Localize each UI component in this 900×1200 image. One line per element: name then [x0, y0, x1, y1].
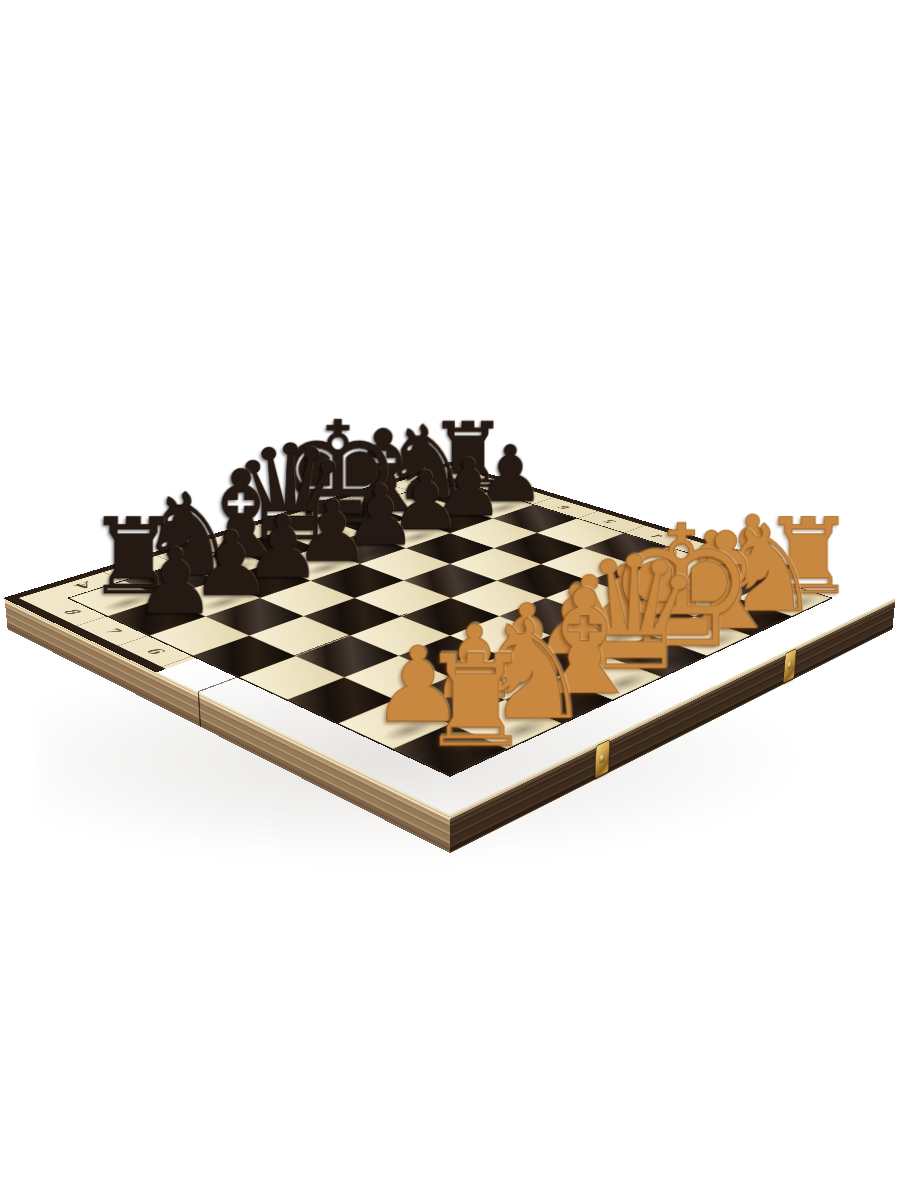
coord-label-7: 7 [99, 626, 125, 636]
brass-clasp-right [783, 648, 797, 684]
coord-label-A: A [476, 762, 512, 779]
white-rook-a1[interactable]: ♜ [419, 643, 533, 760]
coord-label-6: 6 [557, 505, 574, 511]
coord-label-3: 3 [282, 712, 310, 724]
fold-seam-side [198, 692, 201, 727]
product-photo-scene: ABCDEFGH ABCDEFGH 87654321 87654321 ♜♞♝♛… [0, 0, 900, 1200]
brass-clasp-left [594, 739, 609, 779]
coord-label-4: 4 [233, 689, 261, 700]
black-pawn-a7[interactable]: ♟ [135, 541, 217, 625]
coord-label-6: 6 [141, 646, 167, 656]
coord-label-2: 2 [335, 737, 364, 750]
